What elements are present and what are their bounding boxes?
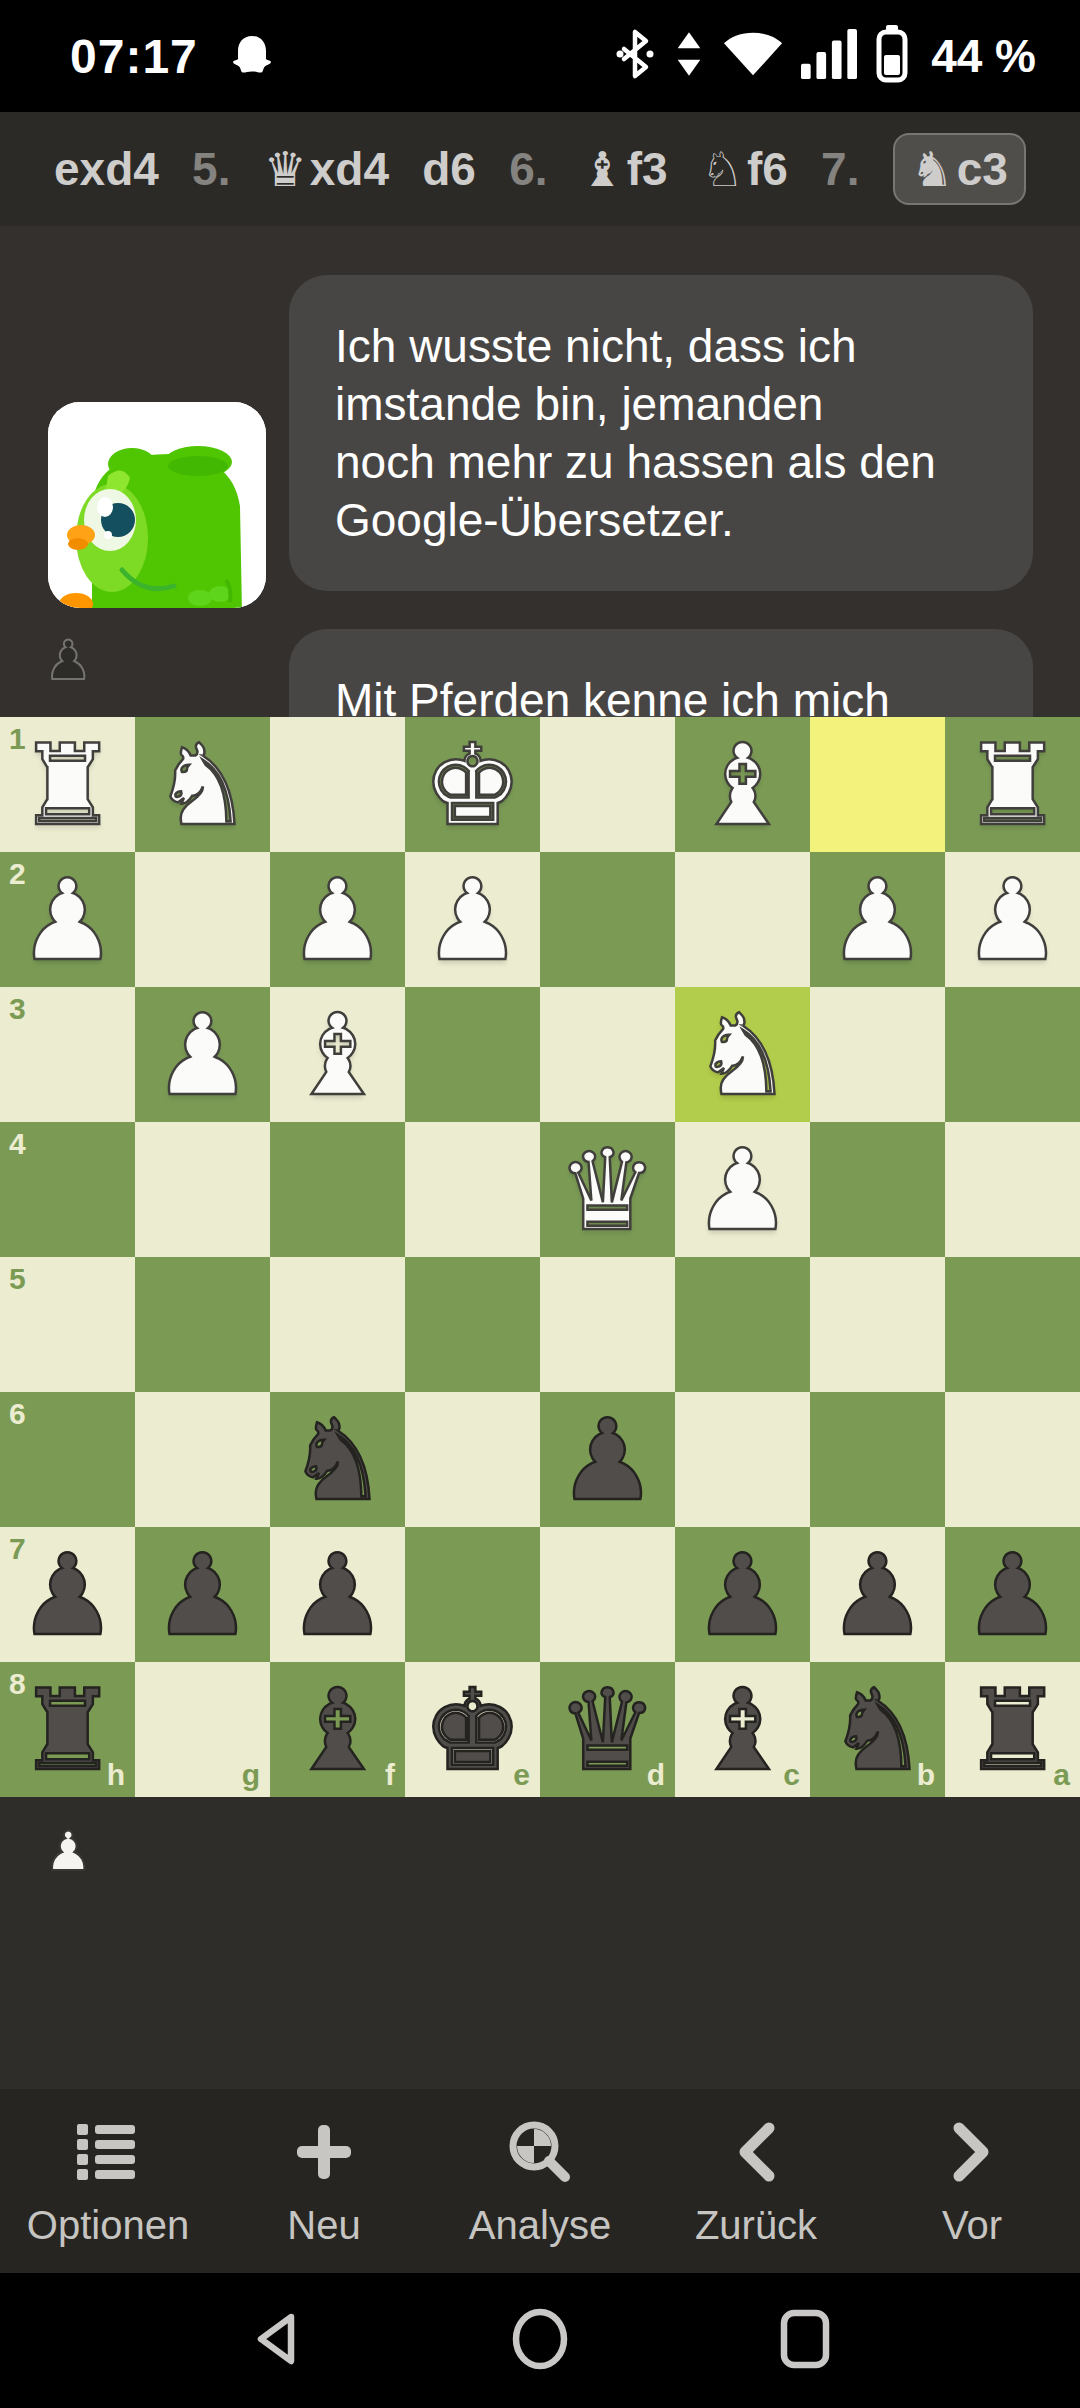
list-icon [77, 2119, 139, 2185]
square-c4[interactable]: ♟ [675, 1122, 810, 1257]
square-e7[interactable] [405, 1527, 540, 1662]
rank-label-4: 4 [9, 1127, 26, 1161]
move-exd4[interactable]: exd4 [54, 146, 159, 192]
square-h3[interactable]: 3 [0, 987, 135, 1122]
chess-board: 1♜♞♚♝♜2♟♟♟♟♟3♟♝♞4♛♟56♞♟7♟♟♟♟♟♟8h♜gf♝e♚d♛… [0, 717, 1080, 1797]
chevron-right-icon [952, 2119, 992, 2185]
wifi-icon [723, 30, 783, 82]
data-arrows-icon [673, 28, 705, 84]
black-pawn-b7[interactable]: ♟ [810, 1527, 945, 1662]
square-b5[interactable] [810, 1257, 945, 1392]
nav-label-optionen: Optionen [27, 2203, 189, 2248]
square-c3[interactable]: ♞ [675, 987, 810, 1122]
square-c7[interactable]: ♟ [675, 1527, 810, 1662]
opponent-avatar[interactable] [48, 402, 266, 608]
white-king-e1[interactable]: ♚ [405, 717, 540, 852]
square-d1[interactable] [540, 717, 675, 852]
figurine-icon: ♛ [264, 145, 307, 193]
square-c5[interactable] [675, 1257, 810, 1392]
square-a1[interactable]: ♜ [945, 717, 1080, 852]
square-g5[interactable] [135, 1257, 270, 1392]
square-h4[interactable]: 4 [0, 1122, 135, 1257]
white-bishop-c1[interactable]: ♝ [675, 717, 810, 852]
signal-icon [801, 28, 857, 84]
square-h5[interactable]: 5 [0, 1257, 135, 1392]
square-b4[interactable] [810, 1122, 945, 1257]
square-b2[interactable]: ♟ [810, 852, 945, 987]
figurine-icon: ♞ [911, 145, 954, 193]
square-b1[interactable] [810, 717, 945, 852]
player-tray: ♟ [0, 1797, 1080, 2089]
square-c8[interactable]: c♝ [675, 1662, 810, 1797]
nav-item-optionen[interactable]: Optionen [0, 2089, 216, 2273]
square-d5[interactable] [540, 1257, 675, 1392]
square-h2[interactable]: 2♟ [0, 852, 135, 987]
move-number: 7. [821, 146, 859, 192]
battery-icon [875, 25, 909, 87]
square-a2[interactable]: ♟ [945, 852, 1080, 987]
move-number: 5. [192, 146, 230, 192]
move-f3[interactable]: ♝f3 [581, 145, 668, 193]
square-g8[interactable]: g [135, 1662, 270, 1797]
white-knight-g1[interactable]: ♞ [135, 717, 270, 852]
square-a6[interactable] [945, 1392, 1080, 1527]
file-label-g: g [242, 1758, 260, 1792]
android-nav-bar [0, 2273, 1080, 2408]
square-a7[interactable]: ♟ [945, 1527, 1080, 1662]
move-c3[interactable]: ♞c3 [893, 133, 1026, 205]
square-h7[interactable]: 7♟ [0, 1527, 135, 1662]
android-recents-button[interactable] [780, 2309, 830, 2373]
duolingo-owl-icon [48, 402, 266, 608]
android-back-button[interactable] [250, 2310, 300, 2372]
chat-message-line: Google-Übersetzer. [335, 491, 987, 549]
white-knight-c3[interactable]: ♞ [675, 987, 810, 1122]
square-d6[interactable]: ♟ [540, 1392, 675, 1527]
square-a4[interactable] [945, 1122, 1080, 1257]
move-f6[interactable]: ♘f6 [701, 145, 788, 193]
square-d2[interactable] [540, 852, 675, 987]
white-pawn-e2[interactable]: ♟ [405, 852, 540, 987]
chevron-left-icon [736, 2119, 776, 2185]
black-rook-h8[interactable]: ♜ [0, 1662, 135, 1797]
square-h1[interactable]: 1♜ [0, 717, 135, 852]
white-pawn-f2[interactable]: ♟ [270, 852, 405, 987]
square-e1[interactable]: ♚ [405, 717, 540, 852]
figurine-icon: ♝ [581, 145, 624, 193]
square-f4[interactable] [270, 1122, 405, 1257]
bluetooth-icon [615, 28, 655, 84]
move-list-bar: exd45.♛xd4d66.♝f3♘f67.♞c3 [0, 112, 1080, 226]
white-rook-a1[interactable]: ♜ [945, 717, 1080, 852]
square-e8[interactable]: e♚ [405, 1662, 540, 1797]
rank-label-6: 6 [9, 1397, 26, 1431]
chat-message-line: noch mehr zu hassen als den [335, 433, 987, 491]
square-h8[interactable]: 8h♜ [0, 1662, 135, 1797]
square-f6[interactable]: ♞ [270, 1392, 405, 1527]
square-g4[interactable] [135, 1122, 270, 1257]
rank-label-3: 3 [9, 992, 26, 1026]
white-pawn-c4[interactable]: ♟ [675, 1122, 810, 1257]
chat-message: Ich wusste nicht, dass ichimstande bin, … [289, 275, 1033, 591]
square-a5[interactable] [945, 1257, 1080, 1392]
square-f7[interactable]: ♟ [270, 1527, 405, 1662]
white-pawn-b2[interactable]: ♟ [810, 852, 945, 987]
black-bishop-f8[interactable]: ♝ [270, 1662, 405, 1797]
black-pawn-g7[interactable]: ♟ [135, 1527, 270, 1662]
square-c1[interactable]: ♝ [675, 717, 810, 852]
black-pawn-c7[interactable]: ♟ [675, 1527, 810, 1662]
chess-app-screen: 07:17 44 % exd45.♛xd4d66.♝f3♘f67.♞c3 [0, 0, 1080, 2408]
black-pawn-d6[interactable]: ♟ [540, 1392, 675, 1527]
android-home-button[interactable] [512, 2308, 568, 2374]
square-g3[interactable]: ♟ [135, 987, 270, 1122]
white-bishop-f3[interactable]: ♝ [270, 987, 405, 1122]
black-pawn-f7[interactable]: ♟ [270, 1527, 405, 1662]
figurine-icon: ♘ [701, 145, 744, 193]
black-knight-f6[interactable]: ♞ [270, 1392, 405, 1527]
square-g1[interactable]: ♞ [135, 717, 270, 852]
white-pawn-h2[interactable]: ♟ [0, 852, 135, 987]
snapchat-icon [228, 33, 276, 79]
white-pawn-g3[interactable]: ♟ [135, 987, 270, 1122]
nav-label-analyse: Analyse [469, 2203, 611, 2248]
nav-item-neu[interactable]: Neu [216, 2089, 432, 2273]
square-f5[interactable] [270, 1257, 405, 1392]
status-bar: 07:17 44 % [0, 0, 1080, 112]
chat-message-line: Ich wusste nicht, dass ich [335, 317, 987, 375]
black-pawn-h7[interactable]: ♟ [0, 1527, 135, 1662]
square-g2[interactable] [135, 852, 270, 987]
black-rook-a8[interactable]: ♜ [945, 1662, 1080, 1797]
square-g7[interactable]: ♟ [135, 1527, 270, 1662]
clock: 07:17 [70, 29, 198, 84]
nav-item-zurueck[interactable]: Zurück [648, 2089, 864, 2273]
square-f8[interactable]: f♝ [270, 1662, 405, 1797]
square-c2[interactable] [675, 852, 810, 987]
chat-section: Ich wusste nicht, dass ichimstande bin, … [0, 226, 1080, 717]
chat-message-line: imstande bin, jemanden [335, 375, 987, 433]
plus-icon [295, 2119, 353, 2185]
nav-item-vor[interactable]: Vor [864, 2089, 1080, 2273]
rank-label-5: 5 [9, 1262, 26, 1296]
chat-message-line: Mit Pferden kenne ich mich [335, 671, 987, 717]
square-h6[interactable]: 6 [0, 1392, 135, 1527]
nav-label-vor: Vor [942, 2203, 1002, 2248]
square-b3[interactable] [810, 987, 945, 1122]
move-number: 6. [509, 146, 547, 192]
square-a3[interactable] [945, 987, 1080, 1122]
status-icons: 44 % [615, 25, 1036, 87]
square-b6[interactable] [810, 1392, 945, 1527]
square-a8[interactable]: a♜ [945, 1662, 1080, 1797]
nav-label-neu: Neu [287, 2203, 360, 2248]
square-b8[interactable]: b♞ [810, 1662, 945, 1797]
square-e6[interactable] [405, 1392, 540, 1527]
white-queen-d4[interactable]: ♛ [540, 1122, 675, 1257]
square-f3[interactable]: ♝ [270, 987, 405, 1122]
square-b7[interactable]: ♟ [810, 1527, 945, 1662]
square-e5[interactable] [405, 1257, 540, 1392]
square-e4[interactable] [405, 1122, 540, 1257]
black-bishop-c8[interactable]: ♝ [675, 1662, 810, 1797]
nav-label-zurueck: Zurück [695, 2203, 817, 2248]
square-d3[interactable] [540, 987, 675, 1122]
move-d6[interactable]: d6 [422, 146, 476, 192]
black-queen-d8[interactable]: ♛ [540, 1662, 675, 1797]
square-d7[interactable] [540, 1527, 675, 1662]
nav-item-analyse[interactable]: Analyse [432, 2089, 648, 2273]
captured-black-pawn-icon: ♟ [44, 634, 92, 688]
square-g6[interactable] [135, 1392, 270, 1527]
square-f2[interactable]: ♟ [270, 852, 405, 987]
analysis-icon [507, 2119, 573, 2185]
black-pawn-a7[interactable]: ♟ [945, 1527, 1080, 1662]
chat-message: Mit Pferden kenne ich mich [289, 629, 1033, 717]
black-king-e8[interactable]: ♚ [405, 1662, 540, 1797]
black-knight-b8[interactable]: ♞ [810, 1662, 945, 1797]
bottom-nav: OptionenNeuAnalyseZurückVor [0, 2089, 1080, 2273]
move-xd4[interactable]: ♛xd4 [264, 145, 389, 193]
square-d8[interactable]: d♛ [540, 1662, 675, 1797]
battery-percent: 44 % [931, 29, 1036, 83]
white-pawn-a2[interactable]: ♟ [945, 852, 1080, 987]
white-rook-h1[interactable]: ♜ [0, 717, 135, 852]
square-e3[interactable] [405, 987, 540, 1122]
square-d4[interactable]: ♛ [540, 1122, 675, 1257]
square-e2[interactable]: ♟ [405, 852, 540, 987]
captured-white-pawn-icon: ♟ [44, 1825, 92, 1879]
square-c6[interactable] [675, 1392, 810, 1527]
square-f1[interactable] [270, 717, 405, 852]
